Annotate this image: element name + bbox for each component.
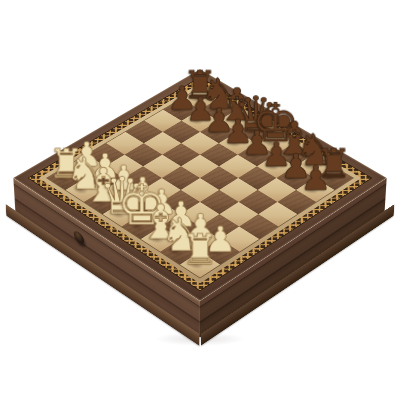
square-f5[interactable]: [219, 178, 257, 202]
square-g5[interactable]: [239, 190, 278, 214]
black-pawn[interactable]: ♟: [287, 163, 343, 190]
white-rook[interactable]: ♜: [171, 231, 230, 264]
chess-set-photo: ♜♞♝♛♚♝♞♜♟♟♟♟♟♟♟♟♟♟♟♟♟♟♟♟♜♞♝♛♚♝♞♜: [0, 0, 400, 400]
square-h6[interactable]: [277, 190, 316, 214]
drawer-knob[interactable]: [74, 229, 85, 246]
square-h5[interactable]: [258, 202, 297, 227]
piece-glyph: ♜: [181, 228, 219, 270]
piece-glyph: ♟: [300, 160, 331, 194]
